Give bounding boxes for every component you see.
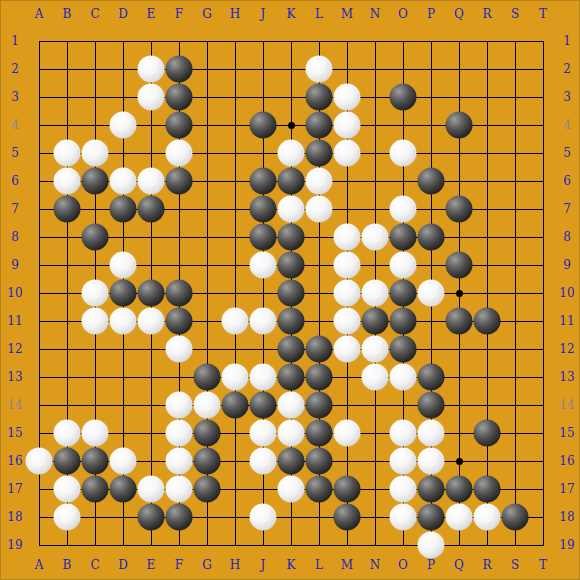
intersection-A13[interactable] <box>25 363 53 391</box>
intersection-S9[interactable] <box>501 251 529 279</box>
intersection-L9[interactable] <box>305 251 333 279</box>
intersection-H19[interactable] <box>221 531 249 559</box>
intersection-Q4[interactable] <box>445 111 473 139</box>
intersection-O1[interactable] <box>389 27 417 55</box>
intersection-P10[interactable] <box>417 279 445 307</box>
intersection-D6[interactable] <box>109 167 137 195</box>
intersection-B3[interactable] <box>53 83 81 111</box>
intersection-J18[interactable] <box>249 503 277 531</box>
intersection-M6[interactable] <box>333 167 361 195</box>
intersection-E4[interactable] <box>137 111 165 139</box>
intersection-E7[interactable] <box>137 195 165 223</box>
intersection-D10[interactable] <box>109 279 137 307</box>
intersection-Q12[interactable] <box>445 335 473 363</box>
intersection-K4[interactable] <box>277 111 305 139</box>
intersection-E13[interactable] <box>137 363 165 391</box>
intersection-D2[interactable] <box>109 55 137 83</box>
intersection-G16[interactable] <box>193 447 221 475</box>
intersection-A2[interactable] <box>25 55 53 83</box>
intersection-B10[interactable] <box>53 279 81 307</box>
intersection-S3[interactable] <box>501 83 529 111</box>
intersection-P8[interactable] <box>417 223 445 251</box>
intersection-G3[interactable] <box>193 83 221 111</box>
intersection-L16[interactable] <box>305 447 333 475</box>
intersection-T15[interactable] <box>529 419 557 447</box>
intersection-M15[interactable] <box>333 419 361 447</box>
intersection-Q14[interactable] <box>445 391 473 419</box>
intersection-K16[interactable] <box>277 447 305 475</box>
intersection-K6[interactable] <box>277 167 305 195</box>
intersection-M12[interactable] <box>333 335 361 363</box>
intersection-R17[interactable] <box>473 475 501 503</box>
intersection-F16[interactable] <box>165 447 193 475</box>
intersection-T6[interactable] <box>529 167 557 195</box>
intersection-S13[interactable] <box>501 363 529 391</box>
intersection-D15[interactable] <box>109 419 137 447</box>
intersection-E14[interactable] <box>137 391 165 419</box>
intersection-B9[interactable] <box>53 251 81 279</box>
intersection-G13[interactable] <box>193 363 221 391</box>
intersection-K8[interactable] <box>277 223 305 251</box>
intersection-S1[interactable] <box>501 27 529 55</box>
intersection-O8[interactable] <box>389 223 417 251</box>
intersection-C7[interactable] <box>81 195 109 223</box>
intersection-T16[interactable] <box>529 447 557 475</box>
intersection-B4[interactable] <box>53 111 81 139</box>
intersection-M5[interactable] <box>333 139 361 167</box>
intersection-N2[interactable] <box>361 55 389 83</box>
intersection-H17[interactable] <box>221 475 249 503</box>
intersection-H6[interactable] <box>221 167 249 195</box>
intersection-H11[interactable] <box>221 307 249 335</box>
intersection-T14[interactable] <box>529 391 557 419</box>
intersection-Q5[interactable] <box>445 139 473 167</box>
intersection-G17[interactable] <box>193 475 221 503</box>
intersection-L3[interactable] <box>305 83 333 111</box>
intersection-L15[interactable] <box>305 419 333 447</box>
intersection-A14[interactable] <box>25 391 53 419</box>
intersection-F3[interactable] <box>165 83 193 111</box>
intersection-H8[interactable] <box>221 223 249 251</box>
intersection-G15[interactable] <box>193 419 221 447</box>
intersection-K10[interactable] <box>277 279 305 307</box>
intersection-T7[interactable] <box>529 195 557 223</box>
intersection-K18[interactable] <box>277 503 305 531</box>
intersection-M1[interactable] <box>333 27 361 55</box>
intersection-O10[interactable] <box>389 279 417 307</box>
intersection-R16[interactable] <box>473 447 501 475</box>
intersection-H12[interactable] <box>221 335 249 363</box>
intersection-S16[interactable] <box>501 447 529 475</box>
intersection-P15[interactable] <box>417 419 445 447</box>
intersection-T3[interactable] <box>529 83 557 111</box>
intersection-E8[interactable] <box>137 223 165 251</box>
intersection-H15[interactable] <box>221 419 249 447</box>
intersection-C1[interactable] <box>81 27 109 55</box>
intersection-J3[interactable] <box>249 83 277 111</box>
intersection-J6[interactable] <box>249 167 277 195</box>
intersection-D8[interactable] <box>109 223 137 251</box>
intersection-E15[interactable] <box>137 419 165 447</box>
intersection-M17[interactable] <box>333 475 361 503</box>
intersection-A15[interactable] <box>25 419 53 447</box>
intersection-E9[interactable] <box>137 251 165 279</box>
intersection-Q11[interactable] <box>445 307 473 335</box>
intersection-F12[interactable] <box>165 335 193 363</box>
intersection-H10[interactable] <box>221 279 249 307</box>
intersection-N16[interactable] <box>361 447 389 475</box>
intersection-S7[interactable] <box>501 195 529 223</box>
intersection-P17[interactable] <box>417 475 445 503</box>
intersection-T18[interactable] <box>529 503 557 531</box>
intersection-Q8[interactable] <box>445 223 473 251</box>
intersection-B18[interactable] <box>53 503 81 531</box>
intersection-D18[interactable] <box>109 503 137 531</box>
intersection-R18[interactable] <box>473 503 501 531</box>
intersection-B2[interactable] <box>53 55 81 83</box>
intersection-J5[interactable] <box>249 139 277 167</box>
intersection-B17[interactable] <box>53 475 81 503</box>
intersection-A8[interactable] <box>25 223 53 251</box>
intersection-P14[interactable] <box>417 391 445 419</box>
intersection-G4[interactable] <box>193 111 221 139</box>
intersection-M18[interactable] <box>333 503 361 531</box>
intersection-E5[interactable] <box>137 139 165 167</box>
intersection-N10[interactable] <box>361 279 389 307</box>
intersection-J14[interactable] <box>249 391 277 419</box>
intersection-Q16[interactable] <box>445 447 473 475</box>
intersection-S17[interactable] <box>501 475 529 503</box>
intersection-L8[interactable] <box>305 223 333 251</box>
intersection-R10[interactable] <box>473 279 501 307</box>
intersection-K12[interactable] <box>277 335 305 363</box>
intersection-L18[interactable] <box>305 503 333 531</box>
intersection-C19[interactable] <box>81 531 109 559</box>
intersection-L19[interactable] <box>305 531 333 559</box>
intersection-L11[interactable] <box>305 307 333 335</box>
intersection-B7[interactable] <box>53 195 81 223</box>
intersection-A11[interactable] <box>25 307 53 335</box>
intersection-T17[interactable] <box>529 475 557 503</box>
intersection-O9[interactable] <box>389 251 417 279</box>
intersection-L7[interactable] <box>305 195 333 223</box>
intersection-Q10[interactable] <box>445 279 473 307</box>
intersection-D3[interactable] <box>109 83 137 111</box>
intersection-A18[interactable] <box>25 503 53 531</box>
intersection-K17[interactable] <box>277 475 305 503</box>
intersection-F9[interactable] <box>165 251 193 279</box>
intersection-H2[interactable] <box>221 55 249 83</box>
intersection-O2[interactable] <box>389 55 417 83</box>
intersection-R5[interactable] <box>473 139 501 167</box>
intersection-E3[interactable] <box>137 83 165 111</box>
intersection-P4[interactable] <box>417 111 445 139</box>
intersection-D13[interactable] <box>109 363 137 391</box>
intersection-D5[interactable] <box>109 139 137 167</box>
intersection-C9[interactable] <box>81 251 109 279</box>
intersection-Q18[interactable] <box>445 503 473 531</box>
intersection-O19[interactable] <box>389 531 417 559</box>
intersection-H1[interactable] <box>221 27 249 55</box>
intersection-K5[interactable] <box>277 139 305 167</box>
intersection-D16[interactable] <box>109 447 137 475</box>
intersection-B14[interactable] <box>53 391 81 419</box>
intersection-A17[interactable] <box>25 475 53 503</box>
intersection-S10[interactable] <box>501 279 529 307</box>
intersection-P5[interactable] <box>417 139 445 167</box>
intersection-N4[interactable] <box>361 111 389 139</box>
intersection-G2[interactable] <box>193 55 221 83</box>
intersection-R4[interactable] <box>473 111 501 139</box>
intersection-B11[interactable] <box>53 307 81 335</box>
intersection-G8[interactable] <box>193 223 221 251</box>
intersection-P13[interactable] <box>417 363 445 391</box>
intersection-L5[interactable] <box>305 139 333 167</box>
intersection-E6[interactable] <box>137 167 165 195</box>
intersection-T2[interactable] <box>529 55 557 83</box>
intersection-T11[interactable] <box>529 307 557 335</box>
intersection-F1[interactable] <box>165 27 193 55</box>
intersection-Q3[interactable] <box>445 83 473 111</box>
intersection-O12[interactable] <box>389 335 417 363</box>
intersection-M2[interactable] <box>333 55 361 83</box>
intersection-R19[interactable] <box>473 531 501 559</box>
intersection-A3[interactable] <box>25 83 53 111</box>
intersection-H13[interactable] <box>221 363 249 391</box>
intersection-J16[interactable] <box>249 447 277 475</box>
intersection-A9[interactable] <box>25 251 53 279</box>
intersection-E1[interactable] <box>137 27 165 55</box>
intersection-O18[interactable] <box>389 503 417 531</box>
intersection-K19[interactable] <box>277 531 305 559</box>
intersection-E10[interactable] <box>137 279 165 307</box>
intersection-L17[interactable] <box>305 475 333 503</box>
intersection-Q6[interactable] <box>445 167 473 195</box>
intersection-N15[interactable] <box>361 419 389 447</box>
intersection-N6[interactable] <box>361 167 389 195</box>
intersection-O4[interactable] <box>389 111 417 139</box>
intersection-M4[interactable] <box>333 111 361 139</box>
intersection-P12[interactable] <box>417 335 445 363</box>
intersection-D1[interactable] <box>109 27 137 55</box>
intersection-P9[interactable] <box>417 251 445 279</box>
intersection-S6[interactable] <box>501 167 529 195</box>
intersection-M16[interactable] <box>333 447 361 475</box>
intersection-K15[interactable] <box>277 419 305 447</box>
intersection-B1[interactable] <box>53 27 81 55</box>
intersection-Q13[interactable] <box>445 363 473 391</box>
intersection-C8[interactable] <box>81 223 109 251</box>
intersection-B19[interactable] <box>53 531 81 559</box>
intersection-E18[interactable] <box>137 503 165 531</box>
intersection-A10[interactable] <box>25 279 53 307</box>
intersection-L6[interactable] <box>305 167 333 195</box>
intersection-P16[interactable] <box>417 447 445 475</box>
intersection-R12[interactable] <box>473 335 501 363</box>
intersection-D7[interactable] <box>109 195 137 223</box>
intersection-L12[interactable] <box>305 335 333 363</box>
intersection-F2[interactable] <box>165 55 193 83</box>
intersection-J7[interactable] <box>249 195 277 223</box>
intersection-M7[interactable] <box>333 195 361 223</box>
intersection-K14[interactable] <box>277 391 305 419</box>
intersection-M14[interactable] <box>333 391 361 419</box>
intersection-R11[interactable] <box>473 307 501 335</box>
intersection-K13[interactable] <box>277 363 305 391</box>
intersection-Q19[interactable] <box>445 531 473 559</box>
intersection-P18[interactable] <box>417 503 445 531</box>
intersection-H7[interactable] <box>221 195 249 223</box>
intersection-H9[interactable] <box>221 251 249 279</box>
intersection-K7[interactable] <box>277 195 305 223</box>
intersection-H16[interactable] <box>221 447 249 475</box>
intersection-N8[interactable] <box>361 223 389 251</box>
intersection-E11[interactable] <box>137 307 165 335</box>
intersection-B5[interactable] <box>53 139 81 167</box>
intersection-F6[interactable] <box>165 167 193 195</box>
intersection-K9[interactable] <box>277 251 305 279</box>
intersection-C15[interactable] <box>81 419 109 447</box>
intersection-K11[interactable] <box>277 307 305 335</box>
intersection-F7[interactable] <box>165 195 193 223</box>
intersection-T4[interactable] <box>529 111 557 139</box>
intersection-T12[interactable] <box>529 335 557 363</box>
intersection-G1[interactable] <box>193 27 221 55</box>
intersection-C11[interactable] <box>81 307 109 335</box>
intersection-S14[interactable] <box>501 391 529 419</box>
intersection-A19[interactable] <box>25 531 53 559</box>
intersection-D12[interactable] <box>109 335 137 363</box>
intersection-M13[interactable] <box>333 363 361 391</box>
intersection-N5[interactable] <box>361 139 389 167</box>
intersection-F14[interactable] <box>165 391 193 419</box>
intersection-G11[interactable] <box>193 307 221 335</box>
intersection-R8[interactable] <box>473 223 501 251</box>
intersection-F17[interactable] <box>165 475 193 503</box>
intersection-G6[interactable] <box>193 167 221 195</box>
intersection-K3[interactable] <box>277 83 305 111</box>
intersection-R15[interactable] <box>473 419 501 447</box>
intersection-R6[interactable] <box>473 167 501 195</box>
intersection-F10[interactable] <box>165 279 193 307</box>
intersection-J17[interactable] <box>249 475 277 503</box>
intersection-J10[interactable] <box>249 279 277 307</box>
intersection-C13[interactable] <box>81 363 109 391</box>
intersection-T5[interactable] <box>529 139 557 167</box>
intersection-B15[interactable] <box>53 419 81 447</box>
intersection-S19[interactable] <box>501 531 529 559</box>
intersection-J8[interactable] <box>249 223 277 251</box>
intersection-J12[interactable] <box>249 335 277 363</box>
intersection-Q17[interactable] <box>445 475 473 503</box>
intersection-P1[interactable] <box>417 27 445 55</box>
intersection-O3[interactable] <box>389 83 417 111</box>
intersection-A5[interactable] <box>25 139 53 167</box>
intersection-O13[interactable] <box>389 363 417 391</box>
intersection-Q7[interactable] <box>445 195 473 223</box>
intersection-C14[interactable] <box>81 391 109 419</box>
intersection-G7[interactable] <box>193 195 221 223</box>
intersection-N9[interactable] <box>361 251 389 279</box>
intersection-N19[interactable] <box>361 531 389 559</box>
intersection-S11[interactable] <box>501 307 529 335</box>
intersection-L14[interactable] <box>305 391 333 419</box>
intersection-E12[interactable] <box>137 335 165 363</box>
intersection-G12[interactable] <box>193 335 221 363</box>
intersection-C4[interactable] <box>81 111 109 139</box>
intersection-O5[interactable] <box>389 139 417 167</box>
intersection-C10[interactable] <box>81 279 109 307</box>
intersection-N13[interactable] <box>361 363 389 391</box>
intersection-N12[interactable] <box>361 335 389 363</box>
intersection-C5[interactable] <box>81 139 109 167</box>
intersection-N7[interactable] <box>361 195 389 223</box>
intersection-N14[interactable] <box>361 391 389 419</box>
intersection-T8[interactable] <box>529 223 557 251</box>
intersection-G19[interactable] <box>193 531 221 559</box>
intersection-T10[interactable] <box>529 279 557 307</box>
intersection-D9[interactable] <box>109 251 137 279</box>
intersection-S8[interactable] <box>501 223 529 251</box>
intersection-A7[interactable] <box>25 195 53 223</box>
intersection-C12[interactable] <box>81 335 109 363</box>
intersection-T19[interactable] <box>529 531 557 559</box>
intersection-A6[interactable] <box>25 167 53 195</box>
intersection-L10[interactable] <box>305 279 333 307</box>
intersection-T1[interactable] <box>529 27 557 55</box>
intersection-Q15[interactable] <box>445 419 473 447</box>
intersection-G14[interactable] <box>193 391 221 419</box>
intersection-H4[interactable] <box>221 111 249 139</box>
intersection-O16[interactable] <box>389 447 417 475</box>
intersection-R7[interactable] <box>473 195 501 223</box>
intersection-N11[interactable] <box>361 307 389 335</box>
intersection-P3[interactable] <box>417 83 445 111</box>
intersection-E19[interactable] <box>137 531 165 559</box>
intersection-M19[interactable] <box>333 531 361 559</box>
intersection-G18[interactable] <box>193 503 221 531</box>
intersection-R1[interactable] <box>473 27 501 55</box>
intersection-N1[interactable] <box>361 27 389 55</box>
intersection-R2[interactable] <box>473 55 501 83</box>
intersection-J9[interactable] <box>249 251 277 279</box>
intersection-H3[interactable] <box>221 83 249 111</box>
intersection-P11[interactable] <box>417 307 445 335</box>
intersection-R9[interactable] <box>473 251 501 279</box>
intersection-O14[interactable] <box>389 391 417 419</box>
intersection-F15[interactable] <box>165 419 193 447</box>
intersection-D19[interactable] <box>109 531 137 559</box>
intersection-O6[interactable] <box>389 167 417 195</box>
intersection-E2[interactable] <box>137 55 165 83</box>
intersection-D17[interactable] <box>109 475 137 503</box>
intersection-B8[interactable] <box>53 223 81 251</box>
intersection-J4[interactable] <box>249 111 277 139</box>
intersection-M3[interactable] <box>333 83 361 111</box>
intersection-M8[interactable] <box>333 223 361 251</box>
intersection-B12[interactable] <box>53 335 81 363</box>
intersection-J11[interactable] <box>249 307 277 335</box>
intersection-F11[interactable] <box>165 307 193 335</box>
intersection-N17[interactable] <box>361 475 389 503</box>
intersection-L13[interactable] <box>305 363 333 391</box>
intersection-F13[interactable] <box>165 363 193 391</box>
intersection-L4[interactable] <box>305 111 333 139</box>
intersection-C17[interactable] <box>81 475 109 503</box>
intersection-S15[interactable] <box>501 419 529 447</box>
intersection-S2[interactable] <box>501 55 529 83</box>
intersection-H14[interactable] <box>221 391 249 419</box>
